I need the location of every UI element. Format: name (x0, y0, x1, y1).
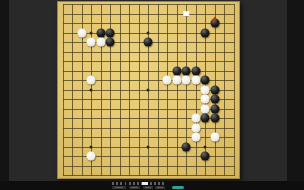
white-stone[interactable] (191, 76, 200, 85)
move-progress-ticks[interactable] (112, 182, 164, 185)
white-stone[interactable] (96, 38, 105, 47)
black-stone[interactable] (172, 66, 181, 75)
player-control-bar (0, 181, 304, 190)
grid-line (234, 4, 235, 176)
white-stone[interactable] (87, 152, 96, 161)
white-stone[interactable] (182, 76, 191, 85)
white-stone[interactable] (163, 76, 172, 85)
star-point (147, 31, 150, 34)
black-stone[interactable] (201, 28, 210, 37)
black-stone[interactable] (96, 28, 105, 37)
black-stone[interactable] (201, 152, 210, 161)
grid-line (196, 4, 197, 176)
white-square-marker (183, 11, 189, 17)
black-stone[interactable] (210, 85, 219, 94)
grid-line (63, 137, 235, 138)
grid-line (224, 4, 225, 176)
white-stone[interactable] (201, 104, 210, 113)
black-stone[interactable] (106, 28, 115, 37)
letterbox-left (0, 0, 9, 181)
white-stone[interactable] (191, 114, 200, 123)
star-point (147, 88, 150, 91)
grid-line (63, 128, 235, 129)
control-button-1[interactable] (112, 186, 126, 190)
black-stone[interactable] (144, 38, 153, 47)
grid-line (167, 4, 168, 176)
star-point (90, 145, 93, 148)
white-stone[interactable] (172, 76, 181, 85)
control-button-4[interactable] (155, 186, 165, 190)
black-stone[interactable] (210, 114, 219, 123)
star-point (90, 31, 93, 34)
grid-line (158, 4, 159, 176)
white-stone[interactable] (191, 133, 200, 142)
black-stone[interactable] (201, 114, 210, 123)
white-stone[interactable] (77, 28, 86, 37)
last-move-triangle-marker (212, 17, 216, 21)
grid-line (63, 175, 235, 176)
black-stone[interactable] (210, 95, 219, 104)
black-stone[interactable] (191, 66, 200, 75)
white-stone[interactable] (201, 95, 210, 104)
black-stone[interactable] (182, 142, 191, 151)
letterbox-right (287, 0, 304, 181)
black-stone[interactable] (210, 104, 219, 113)
white-stone[interactable] (210, 133, 219, 142)
grid-line (63, 166, 235, 167)
white-stone[interactable] (191, 123, 200, 132)
grid-line (177, 4, 178, 176)
star-point (147, 145, 150, 148)
black-stone[interactable] (201, 76, 210, 85)
white-stone[interactable] (87, 76, 96, 85)
white-stone[interactable] (87, 38, 96, 47)
star-point (204, 145, 207, 148)
control-button-3[interactable] (143, 186, 153, 190)
control-button-2[interactable] (129, 186, 140, 190)
star-point (90, 88, 93, 91)
go-board[interactable] (57, 1, 240, 179)
black-stone[interactable] (182, 66, 191, 75)
accent-button[interactable] (172, 186, 184, 190)
progress-playhead[interactable] (142, 182, 148, 185)
black-stone[interactable] (106, 38, 115, 47)
white-stone[interactable] (201, 85, 210, 94)
video-frame (0, 0, 304, 190)
